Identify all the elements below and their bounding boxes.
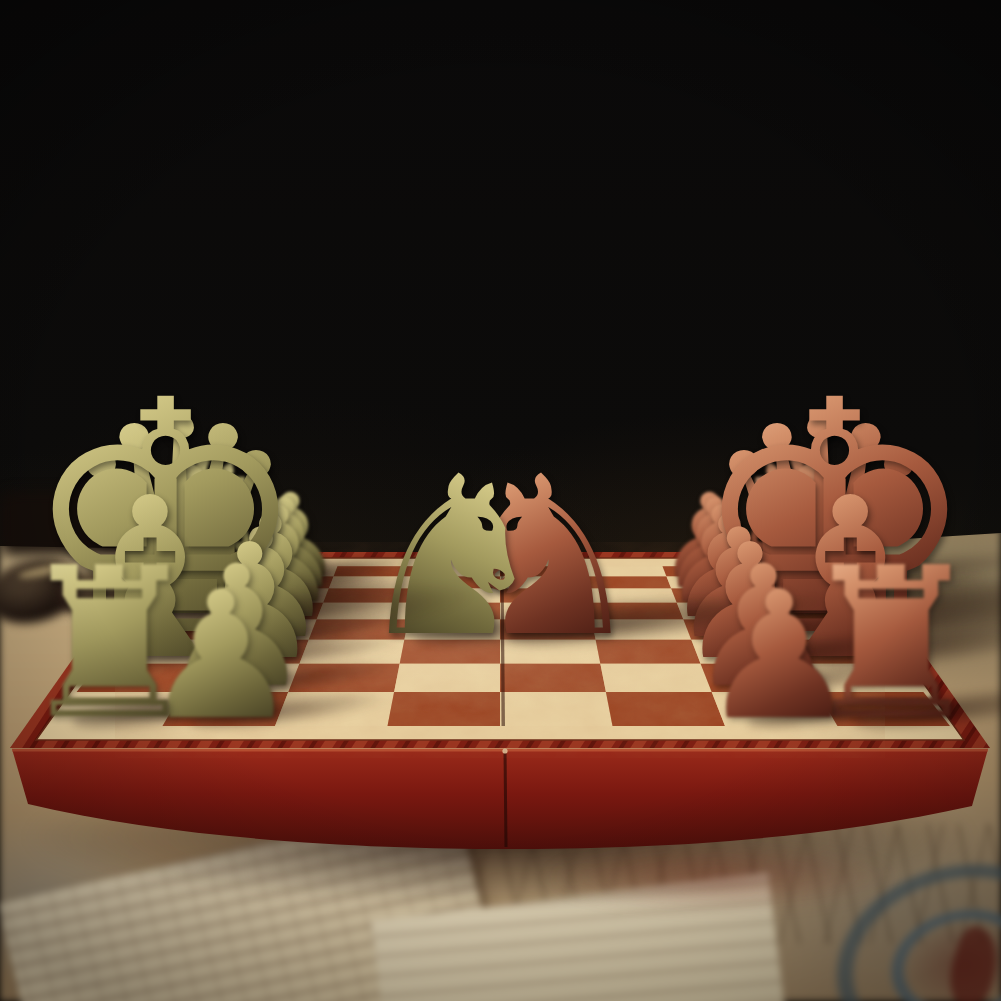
seam-hinge-glint (502, 748, 507, 753)
piece-bronze-white-rook-h1[interactable]: ♜ (5, 542, 214, 751)
piece-copper-black-pawn-h7[interactable]: ♟ (691, 570, 868, 747)
fold-seam-front (505, 749, 506, 847)
chess-photo-scene: ♜♞♝♛♚♝♜♟♟♟♟♟♟♟♟♞♜♞♝♛♚♝♜♟♟♟♟♟♟♟♟♞ (0, 0, 1001, 1001)
